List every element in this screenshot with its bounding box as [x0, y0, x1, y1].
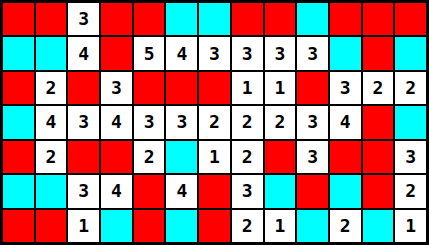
mine-cell-r1-c4[interactable] — [100, 2, 133, 36]
mine-cell-r3-c7[interactable] — [198, 71, 231, 105]
number-cell-r2-c5[interactable]: 5 — [133, 36, 166, 70]
number-cell-r4-c7[interactable]: 2 — [198, 105, 231, 139]
mine-cell-r5-c3[interactable] — [67, 140, 100, 174]
covered-cell-r2-c2[interactable] — [35, 36, 68, 70]
covered-cell-r1-c7[interactable] — [198, 2, 231, 36]
number-cell-r3-c2[interactable]: 2 — [35, 71, 68, 105]
covered-cell-r6-c2[interactable] — [35, 174, 68, 208]
number-cell-r2-c3[interactable]: 4 — [67, 36, 100, 70]
mine-cell-r2-c4[interactable] — [100, 36, 133, 70]
number-cell-r7-c13[interactable]: 1 — [394, 209, 427, 243]
number-cell-r4-c6[interactable]: 3 — [165, 105, 198, 139]
mine-cell-r5-c12[interactable] — [362, 140, 395, 174]
number-cell-r3-c13[interactable]: 2 — [394, 71, 427, 105]
number-cell-r2-c10[interactable]: 3 — [296, 36, 329, 70]
number-cell-r6-c4[interactable]: 4 — [100, 174, 133, 208]
mine-cell-r5-c9[interactable] — [264, 140, 297, 174]
mine-cell-r1-c13[interactable] — [394, 2, 427, 36]
mine-cell-r7-c5[interactable] — [133, 209, 166, 243]
number-cell-r3-c8[interactable]: 1 — [231, 71, 264, 105]
mine-cell-r1-c11[interactable] — [329, 2, 362, 36]
covered-cell-r7-c4[interactable] — [100, 209, 133, 243]
mine-cell-r6-c5[interactable] — [133, 174, 166, 208]
number-cell-r5-c7[interactable]: 1 — [198, 140, 231, 174]
number-cell-r1-c3[interactable]: 3 — [67, 2, 100, 36]
covered-cell-r4-c1[interactable] — [2, 105, 35, 139]
mine-cell-r1-c9[interactable] — [264, 2, 297, 36]
mine-cell-r7-c2[interactable] — [35, 209, 68, 243]
covered-cell-r4-c13[interactable] — [394, 105, 427, 139]
covered-cell-r7-c12[interactable] — [362, 209, 395, 243]
number-cell-r4-c9[interactable]: 2 — [264, 105, 297, 139]
number-cell-r3-c11[interactable]: 3 — [329, 71, 362, 105]
mine-cell-r4-c12[interactable] — [362, 105, 395, 139]
number-cell-r4-c2[interactable]: 4 — [35, 105, 68, 139]
covered-cell-r7-c10[interactable] — [296, 209, 329, 243]
mine-cell-r7-c1[interactable] — [2, 209, 35, 243]
mine-cell-r3-c6[interactable] — [165, 71, 198, 105]
number-cell-r4-c8[interactable]: 2 — [231, 105, 264, 139]
number-cell-r6-c3[interactable]: 3 — [67, 174, 100, 208]
covered-cell-r5-c6[interactable] — [165, 140, 198, 174]
number-cell-r4-c4[interactable]: 4 — [100, 105, 133, 139]
mine-cell-r6-c10[interactable] — [296, 174, 329, 208]
covered-cell-r1-c10[interactable] — [296, 2, 329, 36]
mine-cell-r5-c11[interactable] — [329, 140, 362, 174]
number-cell-r4-c10[interactable]: 3 — [296, 105, 329, 139]
number-cell-r3-c9[interactable]: 1 — [264, 71, 297, 105]
number-cell-r5-c10[interactable]: 3 — [296, 140, 329, 174]
number-cell-r7-c9[interactable]: 1 — [264, 209, 297, 243]
mine-cell-r3-c10[interactable] — [296, 71, 329, 105]
mine-cell-r1-c5[interactable] — [133, 2, 166, 36]
mine-cell-r1-c2[interactable] — [35, 2, 68, 36]
mine-cell-r6-c7[interactable] — [198, 174, 231, 208]
number-cell-r4-c11[interactable]: 4 — [329, 105, 362, 139]
covered-cell-r7-c6[interactable] — [165, 209, 198, 243]
mine-cell-r1-c1[interactable] — [2, 2, 35, 36]
covered-cell-r1-c6[interactable] — [165, 2, 198, 36]
mine-cell-r1-c8[interactable] — [231, 2, 264, 36]
covered-cell-r2-c11[interactable] — [329, 36, 362, 70]
mine-cell-r3-c1[interactable] — [2, 71, 35, 105]
number-cell-r5-c5[interactable]: 2 — [133, 140, 166, 174]
number-cell-r5-c8[interactable]: 2 — [231, 140, 264, 174]
number-cell-r4-c3[interactable]: 3 — [67, 105, 100, 139]
mine-cell-r3-c5[interactable] — [133, 71, 166, 105]
number-cell-r5-c13[interactable]: 3 — [394, 140, 427, 174]
mine-cell-r2-c12[interactable] — [362, 36, 395, 70]
number-cell-r5-c2[interactable]: 2 — [35, 140, 68, 174]
mine-cell-r7-c7[interactable] — [198, 209, 231, 243]
number-cell-r7-c11[interactable]: 2 — [329, 209, 362, 243]
number-cell-r7-c8[interactable]: 2 — [231, 209, 264, 243]
number-cell-r2-c7[interactable]: 3 — [198, 36, 231, 70]
covered-cell-r6-c9[interactable] — [264, 174, 297, 208]
covered-cell-r2-c13[interactable] — [394, 36, 427, 70]
number-cell-r6-c8[interactable]: 3 — [231, 174, 264, 208]
minesweeper-board: 3454333323113224343322234221233344321212… — [0, 0, 429, 245]
covered-cell-r2-c1[interactable] — [2, 36, 35, 70]
mine-cell-r6-c12[interactable] — [362, 174, 395, 208]
mine-cell-r5-c4[interactable] — [100, 140, 133, 174]
number-cell-r6-c13[interactable]: 2 — [394, 174, 427, 208]
number-cell-r2-c8[interactable]: 3 — [231, 36, 264, 70]
mine-cell-r5-c1[interactable] — [2, 140, 35, 174]
number-cell-r2-c9[interactable]: 3 — [264, 36, 297, 70]
number-cell-r2-c6[interactable]: 4 — [165, 36, 198, 70]
covered-cell-r6-c11[interactable] — [329, 174, 362, 208]
number-cell-r6-c6[interactable]: 4 — [165, 174, 198, 208]
mine-cell-r1-c12[interactable] — [362, 2, 395, 36]
mine-cell-r3-c3[interactable] — [67, 71, 100, 105]
number-cell-r4-c5[interactable]: 3 — [133, 105, 166, 139]
number-cell-r7-c3[interactable]: 1 — [67, 209, 100, 243]
number-cell-r3-c4[interactable]: 3 — [100, 71, 133, 105]
covered-cell-r6-c1[interactable] — [2, 174, 35, 208]
number-cell-r3-c12[interactable]: 2 — [362, 71, 395, 105]
